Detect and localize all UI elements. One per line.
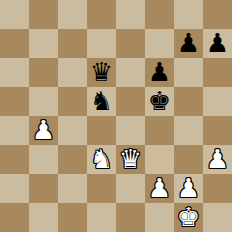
square-h2[interactable] <box>203 174 232 203</box>
square-h6[interactable] <box>203 58 232 87</box>
square-a1[interactable] <box>0 203 29 232</box>
square-c6[interactable] <box>58 58 87 87</box>
square-a3[interactable] <box>0 145 29 174</box>
square-e6[interactable] <box>116 58 145 87</box>
square-c1[interactable] <box>58 203 87 232</box>
piece-black-queen[interactable]: ♛ <box>90 58 113 87</box>
square-c3[interactable] <box>58 145 87 174</box>
square-b7[interactable] <box>29 29 58 58</box>
square-g6[interactable] <box>174 58 203 87</box>
piece-white-pawn[interactable]: ♟ <box>32 116 55 145</box>
square-c4[interactable] <box>58 116 87 145</box>
square-c7[interactable] <box>58 29 87 58</box>
square-g3[interactable] <box>174 145 203 174</box>
square-g4[interactable] <box>174 116 203 145</box>
square-g5[interactable] <box>174 87 203 116</box>
square-b8[interactable] <box>29 0 58 29</box>
square-f4[interactable] <box>145 116 174 145</box>
chess-board: ♟♟♛♟♞♚♟♞♛♟♟♟♚ <box>0 0 232 232</box>
piece-black-pawn[interactable]: ♟ <box>206 29 229 58</box>
square-g8[interactable] <box>174 0 203 29</box>
square-g1[interactable]: ♚ <box>174 203 203 232</box>
square-f2[interactable]: ♟ <box>145 174 174 203</box>
square-a5[interactable] <box>0 87 29 116</box>
square-c5[interactable] <box>58 87 87 116</box>
square-f3[interactable] <box>145 145 174 174</box>
square-g7[interactable]: ♟ <box>174 29 203 58</box>
square-e7[interactable] <box>116 29 145 58</box>
square-a4[interactable] <box>0 116 29 145</box>
piece-white-queen[interactable]: ♛ <box>119 145 142 174</box>
square-e3[interactable]: ♛ <box>116 145 145 174</box>
piece-black-king[interactable]: ♚ <box>148 87 171 116</box>
square-d7[interactable] <box>87 29 116 58</box>
square-b6[interactable] <box>29 58 58 87</box>
square-d8[interactable] <box>87 0 116 29</box>
square-d1[interactable] <box>87 203 116 232</box>
square-f6[interactable]: ♟ <box>145 58 174 87</box>
piece-black-knight[interactable]: ♞ <box>90 87 113 116</box>
piece-white-pawn[interactable]: ♟ <box>177 174 200 203</box>
square-c8[interactable] <box>58 0 87 29</box>
square-d5[interactable]: ♞ <box>87 87 116 116</box>
square-a7[interactable] <box>0 29 29 58</box>
square-h3[interactable]: ♟ <box>203 145 232 174</box>
square-h4[interactable] <box>203 116 232 145</box>
square-a8[interactable] <box>0 0 29 29</box>
square-f5[interactable]: ♚ <box>145 87 174 116</box>
square-g2[interactable]: ♟ <box>174 174 203 203</box>
square-d3[interactable]: ♞ <box>87 145 116 174</box>
square-a6[interactable] <box>0 58 29 87</box>
square-h7[interactable]: ♟ <box>203 29 232 58</box>
square-h8[interactable] <box>203 0 232 29</box>
square-b2[interactable] <box>29 174 58 203</box>
square-e1[interactable] <box>116 203 145 232</box>
square-b4[interactable]: ♟ <box>29 116 58 145</box>
square-e8[interactable] <box>116 0 145 29</box>
square-e5[interactable] <box>116 87 145 116</box>
square-e4[interactable] <box>116 116 145 145</box>
square-c2[interactable] <box>58 174 87 203</box>
square-a2[interactable] <box>0 174 29 203</box>
piece-black-pawn[interactable]: ♟ <box>148 58 171 87</box>
square-e2[interactable] <box>116 174 145 203</box>
square-b3[interactable] <box>29 145 58 174</box>
piece-white-pawn[interactable]: ♟ <box>206 145 229 174</box>
square-h1[interactable] <box>203 203 232 232</box>
piece-white-pawn[interactable]: ♟ <box>148 174 171 203</box>
square-f8[interactable] <box>145 0 174 29</box>
piece-black-pawn[interactable]: ♟ <box>177 29 200 58</box>
square-h5[interactable] <box>203 87 232 116</box>
square-b5[interactable] <box>29 87 58 116</box>
square-d4[interactable] <box>87 116 116 145</box>
square-d6[interactable]: ♛ <box>87 58 116 87</box>
square-f7[interactable] <box>145 29 174 58</box>
piece-white-king[interactable]: ♚ <box>177 203 200 232</box>
square-b1[interactable] <box>29 203 58 232</box>
square-d2[interactable] <box>87 174 116 203</box>
piece-white-knight[interactable]: ♞ <box>90 145 113 174</box>
square-f1[interactable] <box>145 203 174 232</box>
